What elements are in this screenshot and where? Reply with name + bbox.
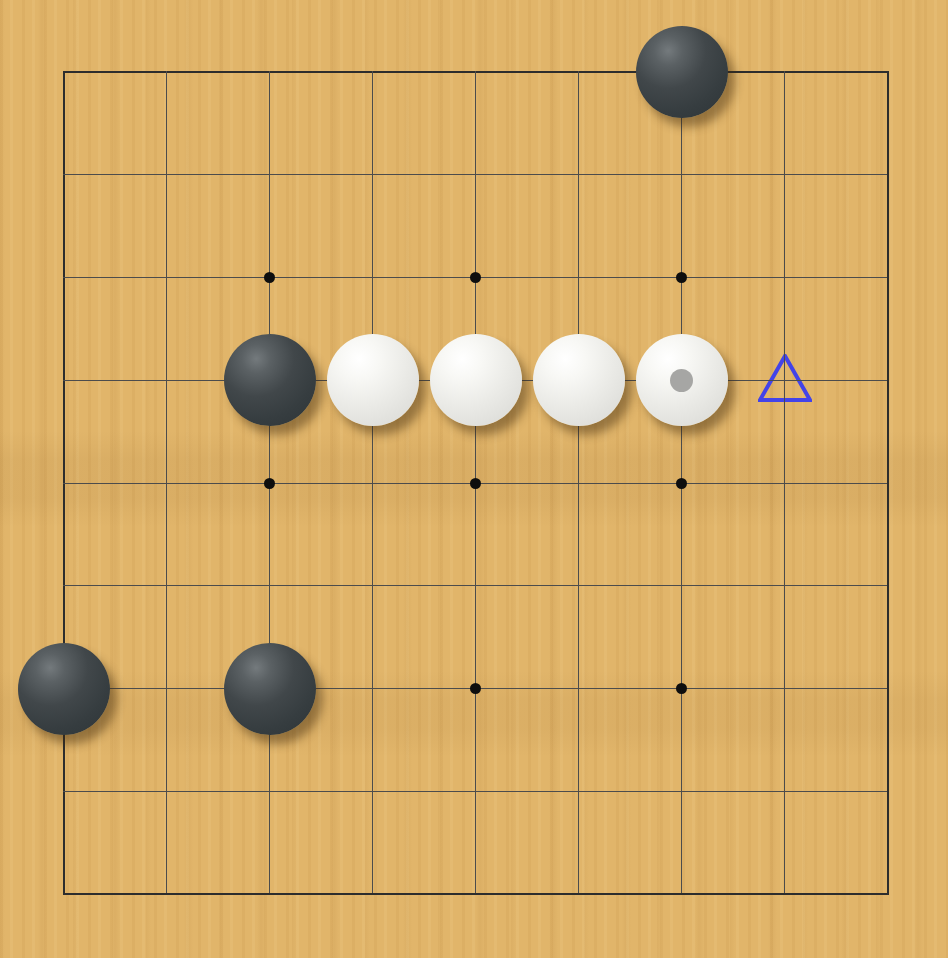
star-point — [264, 272, 275, 283]
last-move-marker — [670, 369, 693, 392]
grid-line-horizontal — [63, 893, 889, 895]
go-board[interactable] — [0, 0, 948, 958]
white-stone[interactable] — [430, 334, 522, 426]
star-point — [470, 683, 481, 694]
grid-line-vertical — [578, 71, 579, 895]
black-stone[interactable] — [18, 643, 110, 735]
star-point — [676, 683, 687, 694]
white-stone[interactable] — [636, 334, 728, 426]
black-stone[interactable] — [224, 643, 316, 735]
black-stone[interactable] — [636, 26, 728, 118]
black-stone[interactable] — [224, 334, 316, 426]
go-board-scene — [0, 0, 948, 958]
star-point — [676, 272, 687, 283]
white-stone[interactable] — [327, 334, 419, 426]
grid-line-horizontal — [63, 791, 889, 792]
grid-line-vertical — [784, 71, 785, 895]
star-point — [470, 272, 481, 283]
white-stone[interactable] — [533, 334, 625, 426]
star-point — [470, 478, 481, 489]
star-point — [676, 478, 687, 489]
grid-line-vertical — [887, 71, 889, 895]
grid-line-horizontal — [63, 585, 889, 586]
star-point — [264, 478, 275, 489]
